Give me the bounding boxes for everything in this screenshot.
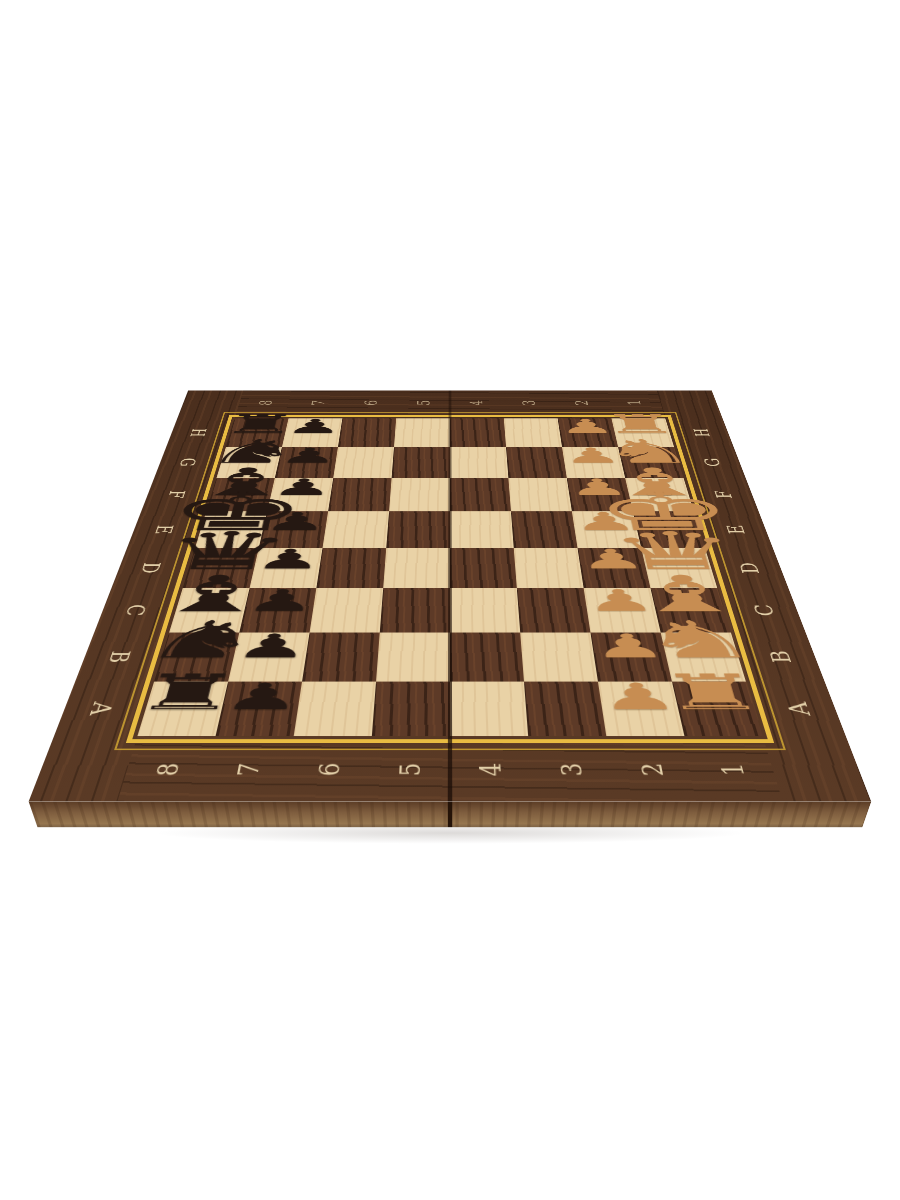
square-b1[interactable] [661,633,746,682]
board-top-face: 8877665544332211AABBCCDDEEFFGGHH [29,390,872,801]
square-g5[interactable] [392,447,450,478]
square-a4[interactable] [450,682,528,737]
square-b5[interactable] [376,633,450,682]
coord-right-file-B: B [764,650,797,662]
square-b7[interactable] [228,633,309,682]
square-a1[interactable] [672,682,763,737]
square-a5[interactable] [372,682,450,737]
coord-near-rank-2: 2 [634,763,669,777]
square-c4[interactable] [450,588,520,632]
square-c6[interactable] [310,588,384,632]
coord-far-rank-6: 6 [361,400,381,405]
box-side-face [29,802,872,828]
square-b8[interactable] [154,633,239,682]
square-d5[interactable] [383,548,450,588]
coord-near-rank-4: 4 [474,763,507,777]
coord-far-rank-8: 8 [255,400,276,405]
square-f4[interactable] [450,478,511,512]
coord-far-rank-1: 1 [624,400,645,405]
coord-near-rank-5: 5 [393,763,426,777]
square-a3[interactable] [524,682,606,737]
coord-near-rank-6: 6 [312,763,346,777]
square-c5[interactable] [380,588,450,632]
coord-right-file-A: A [781,701,816,715]
square-h5[interactable] [394,418,450,446]
square-a6[interactable] [294,682,376,737]
square-a7[interactable] [216,682,303,737]
square-e4[interactable] [450,511,514,548]
coord-right-file-C: C [748,604,780,616]
coord-far-rank-2: 2 [571,400,592,405]
square-b2[interactable] [590,633,671,682]
square-b3[interactable] [520,633,598,682]
square-f5[interactable] [389,478,450,512]
coord-far-rank-3: 3 [519,400,539,405]
chess-board: 8877665544332211AABBCCDDEEFFGGHH ♜♟♟♜♞♟♟… [29,390,872,801]
coord-far-rank-7: 7 [308,400,329,405]
coord-near-rank-7: 7 [231,763,266,777]
photo-scene: 8877665544332211AABBCCDDEEFFGGHH ♜♟♟♜♞♟♟… [0,0,900,1200]
square-b6[interactable] [302,633,380,682]
coord-near-rank-8: 8 [149,763,185,777]
square-a2[interactable] [598,682,685,737]
coord-left-file-A: A [84,701,119,715]
square-g4[interactable] [450,447,508,478]
square-e5[interactable] [386,511,450,548]
coord-near-rank-1: 1 [715,763,751,777]
fold-seam-side [448,802,452,828]
coord-far-rank-5: 5 [414,400,434,405]
square-h4[interactable] [450,418,506,446]
square-d4[interactable] [450,548,517,588]
square-c3[interactable] [517,588,591,632]
coord-far-rank-4: 4 [466,400,486,405]
coord-left-file-B: B [103,650,136,662]
square-b4[interactable] [450,633,524,682]
coord-left-file-C: C [120,604,152,616]
square-a8[interactable] [137,682,228,737]
coord-near-rank-3: 3 [554,763,588,777]
